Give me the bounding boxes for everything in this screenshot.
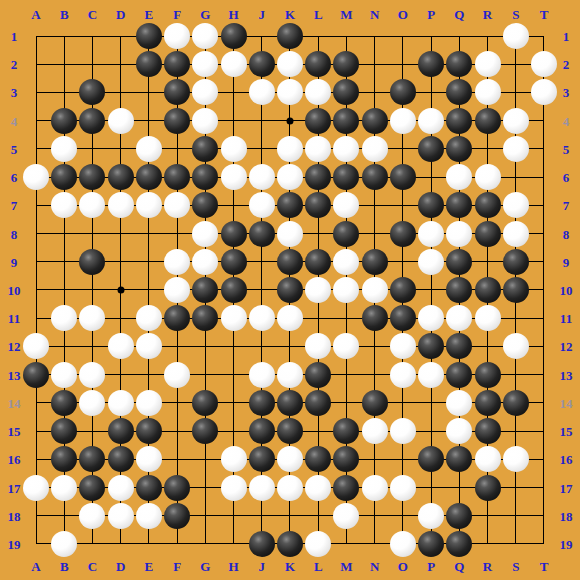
white-stone-O19 (390, 531, 416, 557)
row-label-left-14: 14 (8, 396, 21, 409)
white-stone-J11 (249, 305, 275, 331)
black-stone-K1 (277, 23, 303, 49)
white-stone-R6 (475, 164, 501, 190)
white-stone-R16 (475, 446, 501, 472)
white-stone-J6 (249, 164, 275, 190)
column-label-bottom-G: G (200, 560, 210, 573)
black-stone-C9 (79, 249, 105, 275)
white-stone-B19 (51, 531, 77, 557)
black-stone-L13 (305, 362, 331, 388)
white-stone-C7 (79, 192, 105, 218)
black-stone-S9 (503, 249, 529, 275)
black-stone-Q16 (446, 446, 472, 472)
white-stone-O12 (390, 333, 416, 359)
white-stone-E11 (136, 305, 162, 331)
white-stone-M12 (333, 333, 359, 359)
white-stone-F13 (164, 362, 190, 388)
row-label-right-18: 18 (560, 509, 573, 522)
black-stone-N14 (362, 390, 388, 416)
row-label-left-18: 18 (8, 509, 21, 522)
white-stone-K8 (277, 221, 303, 247)
column-label-bottom-K: K (285, 560, 295, 573)
black-stone-O10 (390, 277, 416, 303)
white-stone-L12 (305, 333, 331, 359)
white-stone-G1 (192, 23, 218, 49)
black-stone-Q2 (446, 51, 472, 77)
white-stone-E5 (136, 136, 162, 162)
white-stone-D18 (108, 503, 134, 529)
row-label-left-7: 7 (11, 199, 18, 212)
column-label-top-E: E (145, 8, 154, 21)
column-label-top-T: T (540, 8, 549, 21)
white-stone-M10 (333, 277, 359, 303)
black-stone-G6 (192, 164, 218, 190)
black-stone-R4 (475, 108, 501, 134)
black-stone-B15 (51, 418, 77, 444)
black-stone-A13 (23, 362, 49, 388)
row-label-left-4: 4 (11, 114, 18, 127)
white-stone-K6 (277, 164, 303, 190)
row-label-right-16: 16 (560, 453, 573, 466)
black-stone-Q7 (446, 192, 472, 218)
grid-line-vertical (543, 36, 544, 545)
black-stone-J2 (249, 51, 275, 77)
row-label-right-1: 1 (563, 30, 570, 43)
black-stone-M2 (333, 51, 359, 77)
column-label-bottom-Q: Q (454, 560, 464, 573)
column-label-top-S: S (512, 8, 519, 21)
white-stone-A17 (23, 475, 49, 501)
column-label-top-G: G (200, 8, 210, 21)
black-stone-E2 (136, 51, 162, 77)
row-label-right-6: 6 (563, 171, 570, 184)
black-stone-M4 (333, 108, 359, 134)
column-label-top-K: K (285, 8, 295, 21)
black-stone-B14 (51, 390, 77, 416)
row-label-right-8: 8 (563, 227, 570, 240)
black-stone-B16 (51, 446, 77, 472)
black-stone-J15 (249, 418, 275, 444)
white-stone-M18 (333, 503, 359, 529)
white-stone-G4 (192, 108, 218, 134)
column-label-top-C: C (88, 8, 97, 21)
white-stone-E14 (136, 390, 162, 416)
row-label-right-11: 11 (560, 312, 572, 325)
white-stone-E18 (136, 503, 162, 529)
white-stone-J3 (249, 79, 275, 105)
column-label-top-M: M (340, 8, 352, 21)
row-label-right-14: 14 (560, 396, 573, 409)
row-label-left-16: 16 (8, 453, 21, 466)
white-stone-L5 (305, 136, 331, 162)
black-stone-J19 (249, 531, 275, 557)
black-stone-N4 (362, 108, 388, 134)
white-stone-N5 (362, 136, 388, 162)
black-stone-P2 (418, 51, 444, 77)
white-stone-K2 (277, 51, 303, 77)
black-stone-M3 (333, 79, 359, 105)
white-stone-D4 (108, 108, 134, 134)
white-stone-B17 (51, 475, 77, 501)
white-stone-G9 (192, 249, 218, 275)
black-stone-R14 (475, 390, 501, 416)
black-stone-C6 (79, 164, 105, 190)
black-stone-Q19 (446, 531, 472, 557)
black-stone-K14 (277, 390, 303, 416)
white-stone-P9 (418, 249, 444, 275)
black-stone-D15 (108, 418, 134, 444)
white-stone-K5 (277, 136, 303, 162)
column-label-bottom-O: O (398, 560, 408, 573)
black-stone-O8 (390, 221, 416, 247)
column-label-bottom-A: A (31, 560, 40, 573)
row-label-left-10: 10 (8, 283, 21, 296)
white-stone-A6 (23, 164, 49, 190)
black-stone-E1 (136, 23, 162, 49)
black-stone-C16 (79, 446, 105, 472)
white-stone-L19 (305, 531, 331, 557)
row-label-right-2: 2 (563, 58, 570, 71)
white-stone-J17 (249, 475, 275, 501)
column-label-bottom-R: R (483, 560, 492, 573)
row-label-right-5: 5 (563, 142, 570, 155)
black-stone-G7 (192, 192, 218, 218)
white-stone-S12 (503, 333, 529, 359)
black-stone-L6 (305, 164, 331, 190)
black-stone-F3 (164, 79, 190, 105)
white-stone-C18 (79, 503, 105, 529)
black-stone-H8 (221, 221, 247, 247)
column-label-top-A: A (31, 8, 40, 21)
white-stone-Q8 (446, 221, 472, 247)
black-stone-D6 (108, 164, 134, 190)
white-stone-G3 (192, 79, 218, 105)
column-label-top-J: J (259, 8, 266, 21)
column-label-bottom-J: J (259, 560, 266, 573)
white-stone-K3 (277, 79, 303, 105)
white-stone-S5 (503, 136, 529, 162)
column-label-bottom-S: S (512, 560, 519, 573)
row-label-left-12: 12 (8, 340, 21, 353)
column-label-top-Q: Q (454, 8, 464, 21)
column-label-top-F: F (173, 8, 181, 21)
column-label-bottom-E: E (145, 560, 154, 573)
black-stone-P16 (418, 446, 444, 472)
white-stone-T3 (531, 79, 557, 105)
white-stone-O15 (390, 418, 416, 444)
black-stone-F6 (164, 164, 190, 190)
white-stone-S16 (503, 446, 529, 472)
column-label-top-L: L (314, 8, 323, 21)
black-stone-O3 (390, 79, 416, 105)
white-stone-H17 (221, 475, 247, 501)
white-stone-E16 (136, 446, 162, 472)
black-stone-G5 (192, 136, 218, 162)
column-label-top-P: P (427, 8, 435, 21)
black-stone-L7 (305, 192, 331, 218)
black-stone-H9 (221, 249, 247, 275)
row-label-right-12: 12 (560, 340, 573, 353)
white-stone-H16 (221, 446, 247, 472)
white-stone-Q14 (446, 390, 472, 416)
column-label-bottom-T: T (540, 560, 549, 573)
black-stone-N9 (362, 249, 388, 275)
white-stone-M7 (333, 192, 359, 218)
white-stone-O17 (390, 475, 416, 501)
black-stone-L14 (305, 390, 331, 416)
white-stone-B5 (51, 136, 77, 162)
white-stone-J7 (249, 192, 275, 218)
column-label-top-B: B (60, 8, 69, 21)
star-point-D10 (117, 286, 124, 293)
black-stone-N11 (362, 305, 388, 331)
row-label-left-1: 1 (11, 30, 18, 43)
black-stone-M8 (333, 221, 359, 247)
black-stone-B4 (51, 108, 77, 134)
column-label-top-N: N (370, 8, 379, 21)
white-stone-K11 (277, 305, 303, 331)
black-stone-M6 (333, 164, 359, 190)
row-label-right-9: 9 (563, 255, 570, 268)
black-stone-P5 (418, 136, 444, 162)
white-stone-F1 (164, 23, 190, 49)
black-stone-K10 (277, 277, 303, 303)
row-label-right-7: 7 (563, 199, 570, 212)
black-stone-S14 (503, 390, 529, 416)
white-stone-N17 (362, 475, 388, 501)
white-stone-D17 (108, 475, 134, 501)
white-stone-R2 (475, 51, 501, 77)
column-label-bottom-B: B (60, 560, 69, 573)
white-stone-O4 (390, 108, 416, 134)
black-stone-G15 (192, 418, 218, 444)
row-label-right-19: 19 (560, 537, 573, 550)
black-stone-Q9 (446, 249, 472, 275)
white-stone-O13 (390, 362, 416, 388)
black-stone-K7 (277, 192, 303, 218)
white-stone-P4 (418, 108, 444, 134)
white-stone-E7 (136, 192, 162, 218)
white-stone-Q15 (446, 418, 472, 444)
row-label-left-3: 3 (11, 86, 18, 99)
black-stone-R15 (475, 418, 501, 444)
row-label-right-10: 10 (560, 283, 573, 296)
black-stone-R8 (475, 221, 501, 247)
row-label-left-9: 9 (11, 255, 18, 268)
column-label-bottom-D: D (116, 560, 125, 573)
white-stone-P13 (418, 362, 444, 388)
white-stone-T2 (531, 51, 557, 77)
white-stone-R3 (475, 79, 501, 105)
row-label-right-17: 17 (560, 481, 573, 494)
black-stone-M16 (333, 446, 359, 472)
black-stone-F11 (164, 305, 190, 331)
black-stone-F17 (164, 475, 190, 501)
white-stone-D14 (108, 390, 134, 416)
white-stone-Q11 (446, 305, 472, 331)
white-stone-C14 (79, 390, 105, 416)
row-label-right-4: 4 (563, 114, 570, 127)
white-stone-G2 (192, 51, 218, 77)
white-stone-E12 (136, 333, 162, 359)
black-stone-Q10 (446, 277, 472, 303)
white-stone-Q6 (446, 164, 472, 190)
white-stone-K16 (277, 446, 303, 472)
column-label-top-H: H (228, 8, 238, 21)
row-label-left-15: 15 (8, 425, 21, 438)
black-stone-L2 (305, 51, 331, 77)
black-stone-E17 (136, 475, 162, 501)
black-stone-R7 (475, 192, 501, 218)
white-stone-S7 (503, 192, 529, 218)
black-stone-H10 (221, 277, 247, 303)
column-label-bottom-F: F (173, 560, 181, 573)
black-stone-Q18 (446, 503, 472, 529)
black-stone-C17 (79, 475, 105, 501)
black-stone-N6 (362, 164, 388, 190)
white-stone-B11 (51, 305, 77, 331)
black-stone-Q13 (446, 362, 472, 388)
black-stone-Q3 (446, 79, 472, 105)
white-stone-F9 (164, 249, 190, 275)
white-stone-B13 (51, 362, 77, 388)
white-stone-P18 (418, 503, 444, 529)
column-label-bottom-M: M (340, 560, 352, 573)
white-stone-L10 (305, 277, 331, 303)
white-stone-S1 (503, 23, 529, 49)
white-stone-L3 (305, 79, 331, 105)
black-stone-O6 (390, 164, 416, 190)
white-stone-B7 (51, 192, 77, 218)
black-stone-L9 (305, 249, 331, 275)
black-stone-G14 (192, 390, 218, 416)
white-stone-K13 (277, 362, 303, 388)
column-label-top-D: D (116, 8, 125, 21)
black-stone-E15 (136, 418, 162, 444)
white-stone-H5 (221, 136, 247, 162)
black-stone-J14 (249, 390, 275, 416)
black-stone-J8 (249, 221, 275, 247)
row-label-left-6: 6 (11, 171, 18, 184)
white-stone-H2 (221, 51, 247, 77)
white-stone-H11 (221, 305, 247, 331)
black-stone-B6 (51, 164, 77, 190)
black-stone-K9 (277, 249, 303, 275)
black-stone-O11 (390, 305, 416, 331)
row-label-left-2: 2 (11, 58, 18, 71)
column-label-bottom-H: H (228, 560, 238, 573)
row-label-right-3: 3 (563, 86, 570, 99)
white-stone-K17 (277, 475, 303, 501)
black-stone-K19 (277, 531, 303, 557)
go-board[interactable]: AABBCCDDEEFFGGHHJJKKLLMMNNOOPPQQRRSSTT11… (0, 0, 580, 580)
white-stone-S8 (503, 221, 529, 247)
column-label-top-R: R (483, 8, 492, 21)
white-stone-N15 (362, 418, 388, 444)
column-label-top-O: O (398, 8, 408, 21)
black-stone-Q12 (446, 333, 472, 359)
column-label-bottom-N: N (370, 560, 379, 573)
row-label-left-19: 19 (8, 537, 21, 550)
black-stone-M17 (333, 475, 359, 501)
black-stone-D16 (108, 446, 134, 472)
black-stone-P12 (418, 333, 444, 359)
column-label-bottom-L: L (314, 560, 323, 573)
white-stone-H6 (221, 164, 247, 190)
black-stone-E6 (136, 164, 162, 190)
black-stone-G10 (192, 277, 218, 303)
black-stone-Q4 (446, 108, 472, 134)
white-stone-N10 (362, 277, 388, 303)
star-point-K4 (286, 117, 293, 124)
black-stone-K15 (277, 418, 303, 444)
white-stone-C13 (79, 362, 105, 388)
black-stone-Q5 (446, 136, 472, 162)
row-label-left-13: 13 (8, 368, 21, 381)
white-stone-C11 (79, 305, 105, 331)
black-stone-R17 (475, 475, 501, 501)
white-stone-P8 (418, 221, 444, 247)
row-label-left-5: 5 (11, 142, 18, 155)
black-stone-M15 (333, 418, 359, 444)
black-stone-J16 (249, 446, 275, 472)
black-stone-C3 (79, 79, 105, 105)
column-label-bottom-C: C (88, 560, 97, 573)
white-stone-D7 (108, 192, 134, 218)
white-stone-R11 (475, 305, 501, 331)
row-label-right-13: 13 (560, 368, 573, 381)
row-label-left-11: 11 (8, 312, 20, 325)
black-stone-S10 (503, 277, 529, 303)
black-stone-F4 (164, 108, 190, 134)
white-stone-S4 (503, 108, 529, 134)
black-stone-F18 (164, 503, 190, 529)
white-stone-M5 (333, 136, 359, 162)
row-label-left-8: 8 (11, 227, 18, 240)
black-stone-H1 (221, 23, 247, 49)
black-stone-C4 (79, 108, 105, 134)
black-stone-P7 (418, 192, 444, 218)
column-label-bottom-P: P (427, 560, 435, 573)
white-stone-A12 (23, 333, 49, 359)
white-stone-J13 (249, 362, 275, 388)
black-stone-L16 (305, 446, 331, 472)
row-label-left-17: 17 (8, 481, 21, 494)
white-stone-F7 (164, 192, 190, 218)
white-stone-L17 (305, 475, 331, 501)
white-stone-M9 (333, 249, 359, 275)
row-label-right-15: 15 (560, 425, 573, 438)
black-stone-P19 (418, 531, 444, 557)
black-stone-L4 (305, 108, 331, 134)
black-stone-G11 (192, 305, 218, 331)
black-stone-F2 (164, 51, 190, 77)
white-stone-G8 (192, 221, 218, 247)
black-stone-R13 (475, 362, 501, 388)
black-stone-R10 (475, 277, 501, 303)
white-stone-P11 (418, 305, 444, 331)
white-stone-F10 (164, 277, 190, 303)
white-stone-D12 (108, 333, 134, 359)
